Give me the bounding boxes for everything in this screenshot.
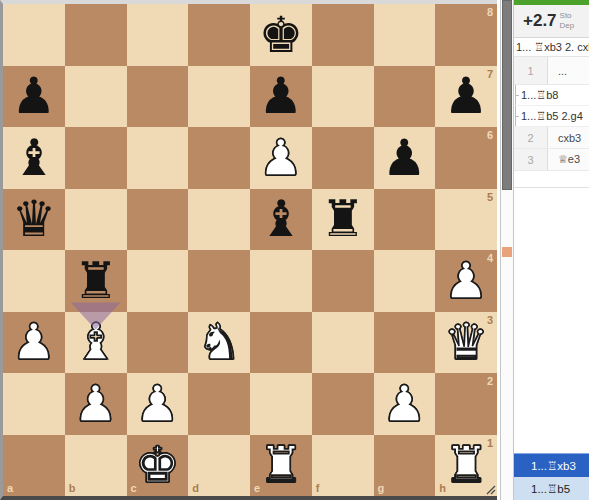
white-pawn: ♟ — [135, 379, 180, 429]
variation-option-selected[interactable]: 1...♖xb3 — [514, 453, 589, 477]
move-row[interactable]: 1... — [514, 57, 589, 85]
square-e2[interactable] — [250, 373, 312, 435]
variation-option[interactable]: 1...♖b5 — [514, 477, 589, 500]
move-row[interactable]: 2cxb3 — [514, 127, 589, 149]
black-pawn: ♟ — [258, 71, 303, 121]
square-h5[interactable]: 5 — [435, 189, 497, 251]
move-number: 1 — [514, 57, 548, 84]
square-g4[interactable] — [374, 250, 436, 312]
move-number: 2 — [514, 127, 548, 148]
square-f6[interactable] — [312, 127, 374, 189]
square-e7[interactable]: ♟ — [250, 66, 312, 128]
white-pawn: ♟ — [258, 133, 303, 183]
engine-info: Sto Dep — [560, 5, 575, 37]
square-h3[interactable]: 3♛ — [435, 312, 497, 374]
white-bishop: ♝ — [73, 317, 118, 367]
square-e5[interactable]: ♝ — [250, 189, 312, 251]
square-d4[interactable] — [188, 250, 250, 312]
square-d1[interactable]: d — [188, 435, 250, 497]
square-g3[interactable] — [374, 312, 436, 374]
move-text[interactable]: ... — [548, 57, 589, 84]
black-pawn: ♟ — [11, 71, 56, 121]
square-a6[interactable]: ♝ — [3, 127, 65, 189]
square-c1[interactable]: c♚ — [127, 435, 189, 497]
square-h2[interactable]: 2 — [435, 373, 497, 435]
white-pawn: ♟ — [382, 379, 427, 429]
square-a3[interactable]: ♟ — [3, 312, 65, 374]
square-f4[interactable] — [312, 250, 374, 312]
square-b5[interactable] — [65, 189, 127, 251]
file-label: g — [378, 483, 385, 494]
square-d5[interactable] — [188, 189, 250, 251]
black-rook: ♜ — [73, 256, 118, 306]
white-rook: ♜ — [258, 440, 303, 490]
black-pawn: ♟ — [444, 71, 489, 121]
square-f7[interactable] — [312, 66, 374, 128]
rank-label: 5 — [487, 192, 493, 203]
rank-label: 2 — [487, 376, 493, 387]
move-table: 1...1...♖b81...♖b5 2.g42cxb33♕e3 — [514, 57, 589, 171]
move-text[interactable]: ♕e3 — [548, 149, 589, 170]
variation-row[interactable]: 1...♖b8 — [514, 85, 589, 106]
black-bishop: ♝ — [11, 133, 56, 183]
chess-board-frame: ♚8♟♟7♟♝♟♟6♛♝♜5♜4♟♟♝♞3♛♟♟♟2abc♚de♜fg1h♜ — [0, 0, 497, 500]
square-g2[interactable]: ♟ — [374, 373, 436, 435]
square-c4[interactable] — [127, 250, 189, 312]
white-knight: ♞ — [197, 317, 242, 367]
square-c3[interactable] — [127, 312, 189, 374]
square-a7[interactable]: ♟ — [3, 66, 65, 128]
black-queen: ♛ — [11, 194, 56, 244]
white-pawn: ♟ — [73, 379, 118, 429]
white-king: ♚ — [135, 440, 180, 490]
square-b7[interactable] — [65, 66, 127, 128]
square-h8[interactable]: 8 — [435, 4, 497, 66]
rank-label: 4 — [487, 253, 493, 264]
square-a4[interactable] — [3, 250, 65, 312]
square-c2[interactable]: ♟ — [127, 373, 189, 435]
square-d2[interactable] — [188, 373, 250, 435]
square-b8[interactable] — [65, 4, 127, 66]
evaluation-score: +2.7 — [514, 5, 560, 37]
square-c8[interactable] — [127, 4, 189, 66]
engine-depth: Dep — [560, 21, 575, 30]
square-c5[interactable] — [127, 189, 189, 251]
file-label: c — [131, 483, 137, 494]
move-text[interactable]: cxb3 — [548, 127, 589, 148]
square-g7[interactable] — [374, 66, 436, 128]
file-label: d — [192, 483, 199, 494]
square-b2[interactable]: ♟ — [65, 373, 127, 435]
square-e3[interactable] — [250, 312, 312, 374]
principal-variation: 1... ♖xb3 2. cxb — [514, 38, 589, 57]
square-a2[interactable] — [3, 373, 65, 435]
rank-label: 3 — [487, 315, 493, 326]
square-f3[interactable] — [312, 312, 374, 374]
square-b4[interactable]: ♜ — [65, 250, 127, 312]
square-a1[interactable]: a — [3, 435, 65, 497]
square-c6[interactable] — [127, 127, 189, 189]
square-d8[interactable] — [188, 4, 250, 66]
square-f1[interactable]: f — [312, 435, 374, 497]
square-b6[interactable] — [65, 127, 127, 189]
file-label: b — [69, 483, 76, 494]
black-bishop: ♝ — [258, 194, 303, 244]
square-f8[interactable] — [312, 4, 374, 66]
square-e4[interactable] — [250, 250, 312, 312]
scrollbar-orange-marker — [502, 247, 512, 257]
move-number: 3 — [514, 149, 548, 170]
chess-board[interactable]: ♚8♟♟7♟♝♟♟6♛♝♜5♜4♟♟♝♞3♛♟♟♟2abc♚de♜fg1h♜ — [3, 4, 497, 496]
white-queen: ♛ — [444, 317, 489, 367]
evaluation-header: +2.7 Sto Dep — [514, 5, 589, 38]
black-king: ♚ — [258, 10, 303, 60]
square-a5[interactable]: ♛ — [3, 189, 65, 251]
square-g8[interactable] — [374, 4, 436, 66]
white-rook: ♜ — [444, 440, 489, 490]
square-f2[interactable] — [312, 373, 374, 435]
square-c7[interactable] — [127, 66, 189, 128]
file-label: h — [439, 483, 446, 494]
scrollbar-thumb[interactable] — [502, 0, 512, 190]
engine-name: Sto — [560, 11, 572, 20]
file-label: f — [316, 483, 320, 494]
square-e8[interactable]: ♚ — [250, 4, 312, 66]
rank-label: 1 — [487, 438, 493, 449]
square-f5[interactable]: ♜ — [312, 189, 374, 251]
square-h7[interactable]: 7♟ — [435, 66, 497, 128]
square-g1[interactable]: g — [374, 435, 436, 497]
white-pawn: ♟ — [11, 317, 56, 367]
square-h6[interactable]: 6 — [435, 127, 497, 189]
rank-label: 8 — [487, 7, 493, 18]
square-a8[interactable] — [3, 4, 65, 66]
variation-options: 1...♖xb3 1...♖b5 — [514, 453, 589, 500]
file-label: e — [254, 483, 260, 494]
black-pawn: ♟ — [382, 133, 427, 183]
square-g6[interactable]: ♟ — [374, 127, 436, 189]
rank-label: 6 — [487, 130, 493, 141]
square-h4[interactable]: 4♟ — [435, 250, 497, 312]
rank-label: 7 — [487, 69, 493, 80]
square-e1[interactable]: e♜ — [250, 435, 312, 497]
square-e6[interactable]: ♟ — [250, 127, 312, 189]
move-row[interactable]: 3♕e3 — [514, 149, 589, 171]
analysis-panel: +2.7 Sto Dep 1... ♖xb3 2. cxb 1...1...♖b… — [514, 0, 589, 500]
square-g5[interactable] — [374, 189, 436, 251]
square-b3[interactable]: ♝ — [65, 312, 127, 374]
square-d6[interactable] — [188, 127, 250, 189]
square-b1[interactable]: b — [65, 435, 127, 497]
file-label: a — [7, 483, 13, 494]
square-d7[interactable] — [188, 66, 250, 128]
variation-row[interactable]: 1...♖b5 2.g4 — [514, 106, 589, 127]
board-resize-handle[interactable] — [484, 483, 496, 495]
scrollbar[interactable] — [500, 0, 514, 500]
square-d3[interactable]: ♞ — [188, 312, 250, 374]
white-pawn: ♟ — [444, 256, 489, 306]
black-rook: ♜ — [320, 194, 365, 244]
panel-divider — [514, 187, 589, 188]
